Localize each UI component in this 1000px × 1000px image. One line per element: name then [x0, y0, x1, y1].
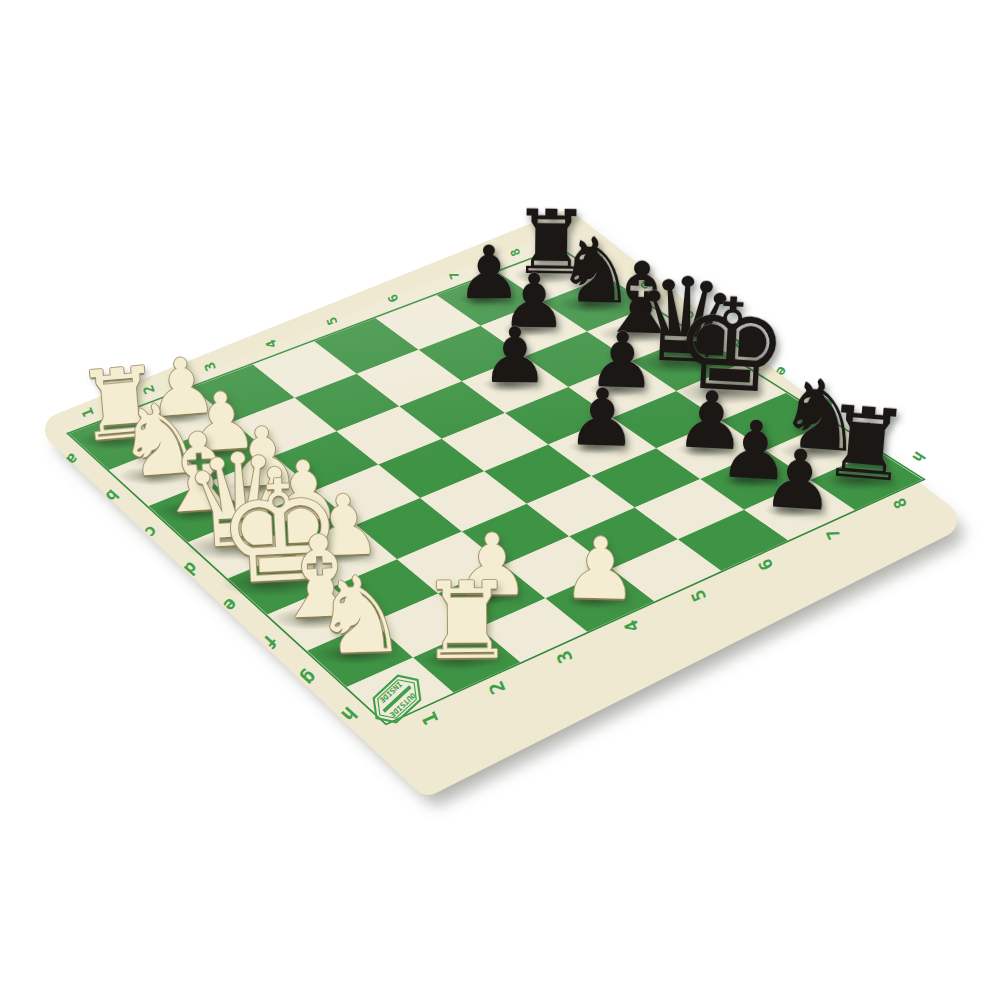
knight-glyph: ♞	[311, 562, 409, 671]
product-photo: 1122334455667788aabbccddeeffgghhOUTSIDEI…	[0, 0, 1000, 1000]
pawn-glyph: ♟	[760, 438, 838, 524]
pawn-glyph: ♟	[481, 318, 550, 395]
piece-white-pawn-h4[interactable]: ♟	[600, 600, 676, 685]
piece-black-pawn-h7[interactable]: ♟	[799, 510, 872, 591]
pawn-glyph: ♟	[561, 526, 639, 612]
piece-black-pawn-e6[interactable]: ♟	[602, 447, 673, 526]
pawn-glyph: ♟	[566, 378, 639, 459]
piece-black-rook-h8[interactable]: ♜	[866, 480, 954, 578]
rook-glyph: ♜	[419, 568, 515, 675]
piece-white-rook-h2[interactable]: ♜	[467, 660, 562, 766]
file-label-far-h: h	[908, 448, 928, 466]
